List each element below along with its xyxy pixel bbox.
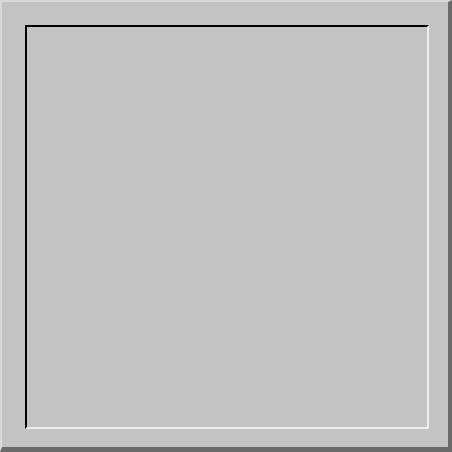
file-labels-row	[27, 430, 427, 448]
chess-board[interactable]	[25, 25, 429, 429]
chess-diagram-frame	[0, 0, 452, 452]
rank-labels-column	[2, 27, 25, 427]
